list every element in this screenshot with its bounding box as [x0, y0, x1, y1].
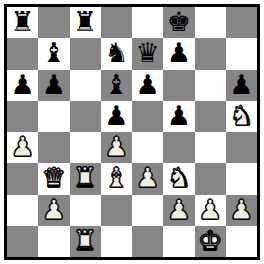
square-a7[interactable] — [7, 38, 38, 69]
square-g3[interactable] — [195, 163, 226, 194]
square-e5[interactable] — [132, 101, 163, 132]
square-h8[interactable] — [226, 7, 257, 38]
square-a2[interactable] — [7, 195, 38, 226]
square-e8[interactable] — [132, 7, 163, 38]
square-h7[interactable] — [226, 38, 257, 69]
square-b4[interactable] — [38, 132, 69, 163]
square-h2[interactable]: ♟ — [226, 195, 257, 226]
square-d2[interactable] — [101, 195, 132, 226]
square-e1[interactable] — [132, 226, 163, 257]
square-b2[interactable]: ♟ — [38, 195, 69, 226]
white-pawn-f2: ♟ — [167, 196, 191, 223]
black-pawn-f5: ♟ — [167, 102, 191, 129]
black-pawn-a6: ♟ — [11, 71, 35, 98]
square-d7[interactable]: ♞ — [101, 38, 132, 69]
square-b3[interactable]: ♛ — [38, 163, 69, 194]
white-pawn-a4: ♟ — [11, 133, 35, 160]
white-queen-b3: ♛ — [42, 164, 66, 191]
white-pawn-d4: ♟ — [104, 133, 128, 160]
black-pawn-d5: ♟ — [104, 102, 128, 129]
square-a4[interactable]: ♟ — [7, 132, 38, 163]
white-rook-c1: ♜ — [73, 227, 97, 254]
square-d6[interactable]: ♝ — [101, 70, 132, 101]
black-king-f8: ♚ — [167, 8, 191, 35]
square-c4[interactable] — [70, 132, 101, 163]
square-e7[interactable]: ♛ — [132, 38, 163, 69]
square-g1[interactable]: ♚ — [195, 226, 226, 257]
square-d1[interactable] — [101, 226, 132, 257]
square-h3[interactable] — [226, 163, 257, 194]
square-d4[interactable]: ♟ — [101, 132, 132, 163]
square-h5[interactable]: ♞ — [226, 101, 257, 132]
square-a8[interactable]: ♜ — [7, 7, 38, 38]
white-king-g1: ♚ — [198, 227, 222, 254]
black-rook-a8: ♜ — [11, 8, 35, 35]
black-bishop-d6: ♝ — [104, 71, 128, 98]
square-f6[interactable] — [163, 70, 194, 101]
square-c6[interactable] — [70, 70, 101, 101]
white-pawn-e3: ♟ — [136, 164, 160, 191]
square-h4[interactable] — [226, 132, 257, 163]
square-a1[interactable] — [7, 226, 38, 257]
square-b6[interactable]: ♟ — [38, 70, 69, 101]
square-b1[interactable] — [38, 226, 69, 257]
square-f5[interactable]: ♟ — [163, 101, 194, 132]
black-pawn-b6: ♟ — [42, 71, 66, 98]
square-c2[interactable] — [70, 195, 101, 226]
white-rook-c3: ♜ — [73, 164, 97, 191]
square-c3[interactable]: ♜ — [70, 163, 101, 194]
square-c1[interactable]: ♜ — [70, 226, 101, 257]
square-g2[interactable]: ♟ — [195, 195, 226, 226]
black-pawn-h6: ♟ — [229, 71, 253, 98]
white-pawn-b2: ♟ — [42, 196, 66, 223]
square-f4[interactable] — [163, 132, 194, 163]
square-c8[interactable]: ♜ — [70, 7, 101, 38]
square-e2[interactable] — [132, 195, 163, 226]
white-knight-h5: ♞ — [229, 102, 253, 129]
black-queen-e7: ♛ — [136, 39, 160, 66]
square-a5[interactable] — [7, 101, 38, 132]
square-c7[interactable] — [70, 38, 101, 69]
square-f3[interactable]: ♞ — [163, 163, 194, 194]
square-f2[interactable]: ♟ — [163, 195, 194, 226]
square-h6[interactable]: ♟ — [226, 70, 257, 101]
white-pawn-h2: ♟ — [229, 196, 253, 223]
square-h1[interactable] — [226, 226, 257, 257]
square-f8[interactable]: ♚ — [163, 7, 194, 38]
square-g4[interactable] — [195, 132, 226, 163]
white-bishop-d3: ♝ — [104, 164, 128, 191]
square-g8[interactable] — [195, 7, 226, 38]
square-d5[interactable]: ♟ — [101, 101, 132, 132]
black-bishop-b7: ♝ — [42, 39, 66, 66]
square-d8[interactable] — [101, 7, 132, 38]
square-b5[interactable] — [38, 101, 69, 132]
square-b8[interactable] — [38, 7, 69, 38]
chess-board: ♜♜♚♝♞♛♟♟♟♝♟♟♟♟♞♟♟♛♜♝♟♞♟♟♟♟♜♚ — [4, 4, 260, 260]
white-pawn-g2: ♟ — [198, 196, 222, 223]
square-f7[interactable]: ♟ — [163, 38, 194, 69]
square-a3[interactable] — [7, 163, 38, 194]
square-d3[interactable]: ♝ — [101, 163, 132, 194]
black-knight-d7: ♞ — [104, 39, 128, 66]
square-b7[interactable]: ♝ — [38, 38, 69, 69]
black-rook-c8: ♜ — [73, 8, 97, 35]
white-knight-f3: ♞ — [167, 164, 191, 191]
square-g6[interactable] — [195, 70, 226, 101]
black-pawn-f7: ♟ — [167, 39, 191, 66]
square-a6[interactable]: ♟ — [7, 70, 38, 101]
black-pawn-e6: ♟ — [136, 71, 160, 98]
square-g5[interactable] — [195, 101, 226, 132]
square-e6[interactable]: ♟ — [132, 70, 163, 101]
square-g7[interactable] — [195, 38, 226, 69]
square-e3[interactable]: ♟ — [132, 163, 163, 194]
chess-diagram: ♜♜♚♝♞♛♟♟♟♝♟♟♟♟♞♟♟♛♜♝♟♞♟♟♟♟♜♚ — [0, 0, 264, 264]
square-c5[interactable] — [70, 101, 101, 132]
square-e4[interactable] — [132, 132, 163, 163]
square-f1[interactable] — [163, 226, 194, 257]
